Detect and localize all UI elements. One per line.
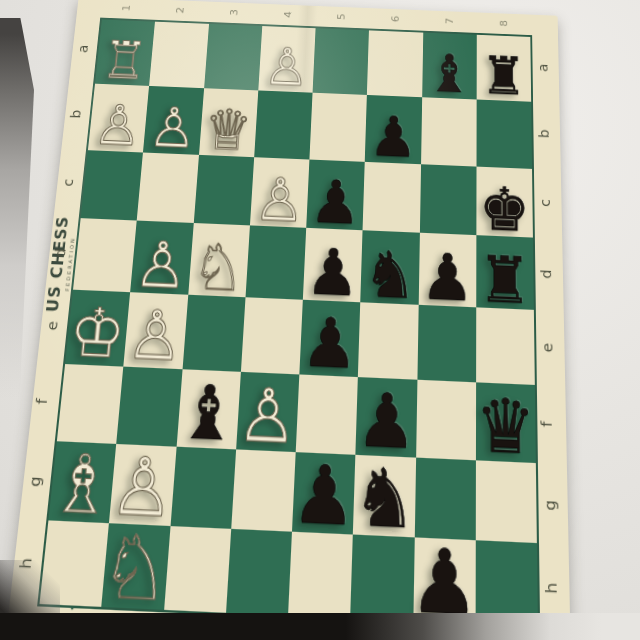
square-e8[interactable]	[476, 307, 535, 384]
square-a4[interactable]: ♙	[258, 26, 315, 92]
square-f4[interactable]: ♙	[236, 372, 299, 452]
square-b2[interactable]: ♙	[143, 86, 203, 155]
square-d6[interactable]: ♞	[360, 231, 419, 305]
square-h6[interactable]	[350, 535, 414, 622]
chess-board: US CHESS FEDERATION ♞♞ ♖♙♝♜♙♙♕♟♙♟♚♙♘♟♞♟♜…	[5, 0, 572, 640]
piece-black-pawn-f6[interactable]: ♟	[356, 383, 417, 460]
file-label-right-a: a	[536, 63, 551, 72]
square-g1[interactable]: ♗	[48, 441, 116, 524]
square-c4[interactable]: ♙	[250, 157, 310, 228]
square-b3[interactable]: ♕	[199, 88, 259, 157]
square-d8[interactable]: ♜	[476, 235, 534, 309]
square-f2[interactable]	[117, 366, 183, 446]
piece-white-pawn-c4[interactable]: ♙	[253, 169, 306, 230]
piece-white-pawn-d2[interactable]: ♙	[132, 232, 190, 298]
square-c1[interactable]	[81, 150, 144, 221]
square-a2[interactable]	[149, 22, 208, 88]
square-a6[interactable]	[367, 30, 423, 97]
rank-label-top-8: 8	[498, 20, 510, 27]
square-g4[interactable]	[231, 449, 296, 532]
square-b5[interactable]	[309, 92, 367, 161]
square-e5[interactable]: ♟	[299, 300, 360, 377]
piece-white-king-e1[interactable]: ♔	[66, 299, 128, 369]
piece-black-pawn-c5[interactable]: ♟	[309, 172, 361, 234]
rank-label-top-5: 5	[336, 13, 348, 20]
file-label-left-f: f	[34, 399, 51, 405]
square-d4[interactable]	[245, 226, 306, 300]
photo-background: US CHESS FEDERATION ♞♞ ♖♙♝♜♙♙♕♟♙♟♚♙♘♟♞♟♜…	[0, 0, 640, 640]
square-h2[interactable]: ♘	[102, 524, 171, 610]
rank-label-top-3: 3	[228, 9, 240, 16]
square-h3[interactable]	[164, 526, 231, 612]
square-h5[interactable]	[288, 532, 353, 619]
square-d3[interactable]: ♘	[188, 223, 250, 297]
square-g8[interactable]	[476, 460, 537, 544]
square-d2[interactable]: ♙	[130, 221, 193, 295]
square-f6[interactable]: ♟	[356, 377, 417, 457]
rank-label-top-7: 7	[444, 18, 456, 25]
file-label-right-c: c	[537, 198, 553, 207]
rank-label-top-2: 2	[174, 7, 186, 14]
file-label-right-g: g	[542, 499, 559, 510]
piece-white-rook-a1[interactable]: ♖	[99, 35, 149, 88]
piece-white-knight-h2[interactable]: ♘	[98, 521, 174, 613]
square-c5[interactable]: ♟	[306, 159, 365, 230]
piece-black-rook-a8[interactable]: ♜	[481, 50, 527, 104]
file-label-right-f: f	[539, 421, 555, 427]
square-f3[interactable]: ♝	[176, 369, 241, 449]
square-d7[interactable]: ♟	[418, 233, 476, 307]
piece-white-knight-d3[interactable]: ♘	[190, 234, 247, 300]
rank-label-top-4: 4	[282, 11, 294, 18]
rank-label-top-6: 6	[390, 15, 402, 22]
square-c7[interactable]	[419, 164, 476, 236]
square-b6[interactable]: ♟	[365, 95, 422, 164]
table-shadow-bottom-left	[0, 560, 60, 620]
piece-black-pawn-b6[interactable]: ♟	[369, 109, 418, 166]
square-b8[interactable]	[476, 99, 532, 168]
square-a3[interactable]	[204, 24, 262, 90]
square-b1[interactable]: ♙	[88, 83, 149, 152]
piece-black-pawn-e5[interactable]: ♟	[301, 309, 359, 380]
square-c8[interactable]: ♚	[476, 166, 533, 238]
square-c6[interactable]	[363, 161, 421, 233]
piece-white-pawn-b2[interactable]: ♙	[147, 100, 199, 157]
piece-black-bishop-f3[interactable]: ♝	[176, 375, 240, 452]
board-grid: ♖♙♝♜♙♙♕♟♙♟♚♙♘♟♞♟♜♔♙♟♝♙♟♛♗♙♟♞♘♟	[39, 20, 537, 628]
square-h7[interactable]: ♟	[413, 538, 476, 625]
piece-white-queen-b3[interactable]: ♕	[202, 102, 253, 159]
square-f8[interactable]: ♛	[476, 382, 536, 462]
table-shadow-left	[0, 18, 34, 418]
square-e4[interactable]	[241, 297, 303, 374]
square-g5[interactable]: ♟	[292, 452, 356, 535]
piece-black-pawn-d5[interactable]: ♟	[305, 239, 360, 305]
piece-white-pawn-f4[interactable]: ♙	[236, 378, 299, 455]
square-b7[interactable]	[421, 97, 477, 166]
table-edge-dark-band	[0, 613, 640, 640]
piece-black-rook-d8[interactable]: ♜	[478, 246, 531, 312]
board-frame: ♖♙♝♜♙♙♕♟♙♟♚♙♘♟♞♟♜♔♙♟♝♙♟♛♗♙♟♞♘♟	[37, 18, 540, 631]
file-label-right-b: b	[537, 129, 552, 138]
board-coordinate-labels: aabbccddeeffgghh1122334455667788	[79, 0, 558, 16]
file-label-left-b: b	[68, 110, 84, 119]
piece-white-pawn-e2[interactable]: ♙	[125, 301, 186, 372]
square-b4[interactable]	[254, 90, 313, 159]
square-e6[interactable]	[358, 302, 418, 379]
square-f5[interactable]	[296, 374, 358, 454]
rank-label-top-1: 1	[121, 5, 134, 12]
piece-black-bishop-a7[interactable]: ♝	[426, 48, 472, 101]
file-label-left-d: d	[52, 248, 69, 258]
square-d5[interactable]: ♟	[303, 228, 363, 302]
square-e1[interactable]: ♔	[65, 290, 130, 367]
square-a8[interactable]: ♜	[476, 35, 531, 102]
file-label-left-e: e	[44, 321, 61, 331]
square-f7[interactable]	[416, 379, 476, 459]
piece-white-pawn-b1[interactable]: ♙	[91, 98, 144, 155]
piece-black-queen-f8[interactable]: ♛	[476, 388, 536, 465]
piece-white-pawn-a4[interactable]: ♙	[263, 42, 311, 95]
square-e2[interactable]: ♙	[124, 292, 188, 369]
square-g3[interactable]	[170, 446, 236, 529]
square-e3[interactable]	[182, 295, 245, 372]
square-c2[interactable]	[137, 152, 199, 223]
square-g6[interactable]: ♞	[353, 454, 416, 537]
square-c3[interactable]	[193, 154, 254, 225]
piece-black-pawn-g5[interactable]: ♟	[290, 454, 357, 538]
file-label-right-d: d	[539, 269, 555, 279]
piece-black-pawn-d7[interactable]: ♟	[420, 244, 474, 310]
file-label-left-a: a	[75, 45, 91, 54]
piece-black-king-c8[interactable]: ♚	[479, 179, 530, 241]
square-h4[interactable]	[226, 529, 292, 616]
piece-black-knight-d6[interactable]: ♞	[363, 242, 417, 308]
square-f1[interactable]	[57, 364, 124, 444]
piece-black-knight-g6[interactable]: ♞	[352, 457, 417, 541]
square-a7[interactable]: ♝	[422, 33, 477, 100]
file-label-right-e: e	[540, 343, 556, 353]
square-d1[interactable]	[73, 218, 137, 292]
square-a5[interactable]	[313, 28, 370, 94]
file-label-left-g: g	[27, 475, 45, 486]
square-a1[interactable]: ♖	[95, 20, 155, 86]
square-e7[interactable]	[417, 305, 476, 382]
file-label-right-h: h	[543, 582, 560, 594]
file-label-left-c: c	[60, 178, 76, 186]
